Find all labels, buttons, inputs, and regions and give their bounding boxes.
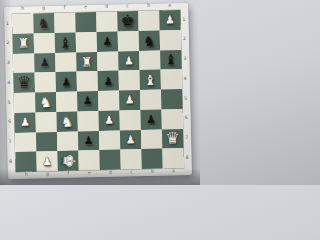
white-pawn: ♟ [118, 51, 139, 71]
square-a2 [160, 30, 181, 50]
piece-glyph: ♟ [124, 55, 134, 66]
square-f5 [56, 91, 77, 111]
square-e1 [75, 12, 96, 32]
square-b1 [138, 11, 159, 31]
piece-glyph: ♜ [81, 55, 93, 68]
file-label: a [163, 169, 184, 174]
black-knight: ♞ [139, 30, 160, 50]
square-h5 [14, 92, 35, 112]
piece-glyph: ♞ [38, 16, 51, 30]
square-b8 [141, 149, 162, 169]
square-g7 [36, 131, 57, 151]
square-c2 [118, 31, 139, 51]
square-e2 [76, 32, 97, 52]
square-g4 [35, 72, 56, 92]
black-pawn: ♟ [97, 31, 118, 51]
square-h3 [13, 53, 34, 73]
file-label: f [54, 5, 75, 10]
white-pawn: ♟ [14, 112, 35, 132]
piece-glyph: ♟ [146, 114, 156, 125]
piece-glyph: ♟ [61, 76, 71, 87]
black-pawn: ♟ [56, 72, 77, 92]
file-label: b [138, 4, 159, 9]
square-a4 [161, 69, 182, 89]
piece-glyph: ♛ [17, 75, 32, 91]
white-pawn: ♟ [159, 10, 180, 30]
square-d5 [98, 91, 119, 111]
square-h1 [12, 13, 33, 33]
board-area: hgfedcba hgfedcba 12345678 12345678 ♞♚♟♜… [10, 8, 186, 174]
rank-label: 3 [6, 53, 11, 73]
file-label: c [117, 4, 138, 9]
piece-glyph: ♟ [102, 36, 112, 47]
file-label: h [12, 6, 33, 11]
rank-label: 5 [7, 93, 12, 113]
rank-label: 8 [184, 148, 189, 168]
piece-glyph: ♟ [126, 134, 136, 145]
rank-label: 7 [184, 128, 189, 148]
piece-glyph: ♟ [40, 57, 50, 68]
white-knight: ♞ [35, 92, 56, 112]
piece-glyph: ♟ [42, 156, 52, 167]
square-f3 [55, 52, 76, 72]
file-label: d [96, 5, 117, 10]
square-a8 [162, 148, 183, 168]
rank-label: 4 [183, 69, 188, 89]
piece-glyph: ♟ [84, 135, 94, 146]
piece-glyph: ♟ [125, 95, 135, 106]
black-king: ♚ [117, 11, 138, 31]
rank-label: 3 [182, 49, 187, 69]
square-c6 [119, 110, 140, 130]
square-d7 [99, 130, 120, 150]
square-b3 [139, 50, 160, 70]
square-e4 [77, 71, 98, 91]
piece-glyph: ♟ [104, 115, 114, 126]
chess-board-mat: hgfedcba hgfedcba 12345678 12345678 ♞♚♟♜… [4, 3, 192, 179]
black-pawn: ♟ [77, 91, 98, 111]
rank-label: 8 [8, 152, 13, 172]
black-bishop: ♝ [55, 32, 76, 52]
square-h8 [15, 152, 36, 172]
square-f1 [54, 12, 75, 32]
black-pawn: ♟ [140, 109, 161, 129]
file-label: g [33, 6, 54, 11]
square-e8 [78, 150, 99, 170]
piece-glyph: ♞ [61, 114, 74, 128]
square-a6 [161, 109, 182, 129]
square-e6 [77, 111, 98, 131]
square-f7 [57, 131, 78, 151]
square-g2 [34, 33, 55, 53]
file-label: f [58, 171, 79, 176]
piece-glyph: ♞ [143, 33, 156, 47]
white-pawn: ♟ [98, 110, 119, 130]
file-label: g [37, 171, 58, 176]
square-b7 [141, 129, 162, 149]
white-pawn: ♟ [119, 90, 140, 110]
piece-glyph: ♞ [39, 95, 52, 109]
white-rook: ♜ [76, 52, 97, 72]
white-pawn: ♟ [36, 151, 57, 171]
rank-label: 5 [183, 89, 188, 109]
square-a5 [161, 89, 182, 109]
piece-glyph: ♝ [59, 35, 72, 49]
piece-glyph: ♟ [83, 96, 93, 107]
rank-label: 2 [5, 34, 10, 54]
white-bishop: ♝ [140, 70, 161, 90]
black-pawn: ♟ [34, 52, 55, 72]
rank-label: 6 [183, 109, 188, 129]
black-knight: ♞ [33, 13, 54, 33]
white-pawn: ♟ [120, 130, 141, 150]
black-pawn: ♟ [98, 71, 119, 91]
square-c4 [119, 70, 140, 90]
piece-glyph: ♟ [20, 117, 30, 128]
square-g6 [35, 112, 56, 132]
rank-label: 6 [7, 113, 12, 133]
rank-label: 4 [6, 73, 11, 93]
rank-label: 7 [7, 132, 12, 152]
square-c8 [120, 149, 141, 169]
rank-label: 2 [182, 30, 187, 50]
file-label: e [79, 170, 100, 175]
board-grid: ♞♚♟♜♝♟♞♟♜♟♝♛♟♟♝♞♟♟♟♞♟♟♟♟♛♟♚ [12, 10, 184, 172]
white-rook: ♜ [13, 33, 34, 53]
photo-background: hgfedcba hgfedcba 12345678 12345678 ♞♚♟♜… [0, 0, 200, 185]
white-queen: ♛ [162, 129, 183, 149]
piece-glyph: ♝ [164, 53, 177, 67]
piece-glyph: ♟ [103, 75, 113, 86]
white-king-fallen: ♚ [57, 151, 78, 171]
white-knight: ♞ [56, 111, 77, 131]
piece-glyph: ♜ [17, 37, 29, 50]
file-label: h [16, 172, 37, 177]
black-bishop: ♝ [160, 50, 181, 70]
file-label: c [121, 170, 142, 175]
square-h7 [15, 132, 36, 152]
file-label: b [142, 169, 163, 174]
black-queen: ♛ [14, 73, 35, 93]
piece-glyph: ♛ [165, 131, 180, 147]
black-pawn: ♟ [78, 130, 99, 150]
file-label: a [159, 3, 180, 8]
rank-label: 1 [5, 14, 10, 34]
piece-glyph: ♟ [165, 15, 175, 26]
square-d1 [96, 12, 117, 32]
piece-glyph: ♝ [144, 73, 157, 87]
piece-glyph: ♚ [121, 13, 136, 29]
piece-glyph: ♚ [61, 153, 78, 169]
square-d8 [99, 150, 120, 170]
square-b5 [140, 90, 161, 110]
file-label: d [100, 170, 121, 175]
rank-label: 1 [181, 10, 186, 30]
file-label: e [75, 5, 96, 10]
square-d3 [97, 51, 118, 71]
